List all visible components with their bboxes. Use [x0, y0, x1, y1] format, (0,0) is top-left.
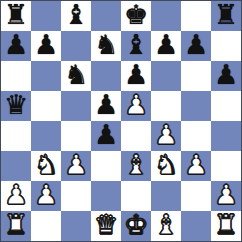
white-knight-f3[interactable]: ♞	[154, 151, 178, 180]
square-c1[interactable]	[61, 211, 91, 241]
black-pawn-d5[interactable]: ♟	[94, 91, 118, 120]
square-g8[interactable]	[181, 1, 211, 31]
square-h3[interactable]	[211, 151, 241, 181]
square-d4[interactable]: ♟	[91, 121, 121, 151]
square-g7[interactable]: ♟	[181, 31, 211, 61]
square-c6[interactable]: ♞	[61, 61, 91, 91]
white-pawn-b2[interactable]: ♟	[34, 181, 58, 210]
square-a8[interactable]: ♜	[1, 1, 31, 31]
white-pawn-e5[interactable]: ♟	[124, 91, 148, 120]
black-pawn-e6[interactable]: ♟	[124, 61, 148, 90]
black-king-e8[interactable]: ♚	[124, 1, 148, 30]
white-pawn-g3[interactable]: ♟	[184, 151, 208, 180]
square-d1[interactable]: ♛	[91, 211, 121, 241]
white-pawn-h2[interactable]: ♟	[214, 181, 238, 210]
square-g5[interactable]	[181, 91, 211, 121]
black-rook-a8[interactable]: ♜	[4, 1, 28, 30]
square-f2[interactable]	[151, 181, 181, 211]
square-d2[interactable]	[91, 181, 121, 211]
square-d7[interactable]: ♞	[91, 31, 121, 61]
white-queen-d1[interactable]: ♛	[94, 211, 118, 240]
square-e2[interactable]	[121, 181, 151, 211]
square-e3[interactable]: ♝	[121, 151, 151, 181]
square-g3[interactable]: ♟	[181, 151, 211, 181]
chess-board: ♜♝♚♜♟♟♞♝♟♟♞♟♟♛♟♟♟♟♞♟♝♞♟♟♟♟♜♛♚♝♜	[1, 1, 241, 241]
square-b7[interactable]: ♟	[31, 31, 61, 61]
square-e6[interactable]: ♟	[121, 61, 151, 91]
square-h1[interactable]: ♜	[211, 211, 241, 241]
square-g2[interactable]	[181, 181, 211, 211]
square-b3[interactable]: ♞	[31, 151, 61, 181]
square-e4[interactable]	[121, 121, 151, 151]
white-bishop-e3[interactable]: ♝	[124, 151, 148, 180]
square-a4[interactable]	[1, 121, 31, 151]
square-h6[interactable]: ♟	[211, 61, 241, 91]
square-h2[interactable]: ♟	[211, 181, 241, 211]
black-pawn-d4[interactable]: ♟	[94, 121, 118, 150]
square-g6[interactable]	[181, 61, 211, 91]
white-bishop-f1[interactable]: ♝	[154, 211, 178, 240]
white-rook-h1[interactable]: ♜	[214, 211, 238, 240]
square-f6[interactable]	[151, 61, 181, 91]
square-f7[interactable]: ♟	[151, 31, 181, 61]
white-rook-a1[interactable]: ♜	[4, 211, 28, 240]
square-f3[interactable]: ♞	[151, 151, 181, 181]
black-rook-h8[interactable]: ♜	[214, 1, 238, 30]
white-knight-b3[interactable]: ♞	[34, 151, 58, 180]
square-f8[interactable]	[151, 1, 181, 31]
square-e5[interactable]: ♟	[121, 91, 151, 121]
square-e1[interactable]: ♚	[121, 211, 151, 241]
square-c7[interactable]	[61, 31, 91, 61]
black-pawn-b7[interactable]: ♟	[34, 31, 58, 60]
square-b4[interactable]	[31, 121, 61, 151]
square-e8[interactable]: ♚	[121, 1, 151, 31]
square-e7[interactable]: ♝	[121, 31, 151, 61]
black-pawn-a7[interactable]: ♟	[4, 31, 28, 60]
black-bishop-e7[interactable]: ♝	[124, 31, 148, 60]
square-c2[interactable]	[61, 181, 91, 211]
square-g1[interactable]	[181, 211, 211, 241]
square-b1[interactable]	[31, 211, 61, 241]
square-a6[interactable]	[1, 61, 31, 91]
square-h7[interactable]	[211, 31, 241, 61]
black-pawn-f7[interactable]: ♟	[154, 31, 178, 60]
square-a2[interactable]: ♟	[1, 181, 31, 211]
square-a1[interactable]: ♜	[1, 211, 31, 241]
square-b2[interactable]: ♟	[31, 181, 61, 211]
white-pawn-c3[interactable]: ♟	[64, 151, 88, 180]
square-c8[interactable]: ♝	[61, 1, 91, 31]
square-h8[interactable]: ♜	[211, 1, 241, 31]
square-a5[interactable]: ♛	[1, 91, 31, 121]
square-c4[interactable]	[61, 121, 91, 151]
square-c3[interactable]: ♟	[61, 151, 91, 181]
square-d6[interactable]	[91, 61, 121, 91]
square-f4[interactable]: ♟	[151, 121, 181, 151]
square-a7[interactable]: ♟	[1, 31, 31, 61]
square-f5[interactable]	[151, 91, 181, 121]
black-pawn-g7[interactable]: ♟	[184, 31, 208, 60]
square-h5[interactable]	[211, 91, 241, 121]
square-d5[interactable]: ♟	[91, 91, 121, 121]
white-king-e1[interactable]: ♚	[124, 211, 148, 240]
square-a3[interactable]	[1, 151, 31, 181]
square-b6[interactable]	[31, 61, 61, 91]
black-bishop-c8[interactable]: ♝	[64, 1, 88, 30]
black-knight-d7[interactable]: ♞	[94, 31, 118, 60]
square-d3[interactable]	[91, 151, 121, 181]
white-pawn-f4[interactable]: ♟	[154, 121, 178, 150]
square-c5[interactable]	[61, 91, 91, 121]
square-b5[interactable]	[31, 91, 61, 121]
square-g4[interactable]	[181, 121, 211, 151]
chess-board-frame: ♜♝♚♜♟♟♞♝♟♟♞♟♟♛♟♟♟♟♞♟♝♞♟♟♟♟♜♛♚♝♜	[0, 0, 242, 242]
black-queen-a5[interactable]: ♛	[4, 91, 28, 120]
white-pawn-a2[interactable]: ♟	[4, 181, 28, 210]
square-b8[interactable]	[31, 1, 61, 31]
black-knight-c6[interactable]: ♞	[64, 61, 88, 90]
square-d8[interactable]	[91, 1, 121, 31]
square-h4[interactable]	[211, 121, 241, 151]
square-f1[interactable]: ♝	[151, 211, 181, 241]
black-pawn-h6[interactable]: ♟	[214, 61, 238, 90]
